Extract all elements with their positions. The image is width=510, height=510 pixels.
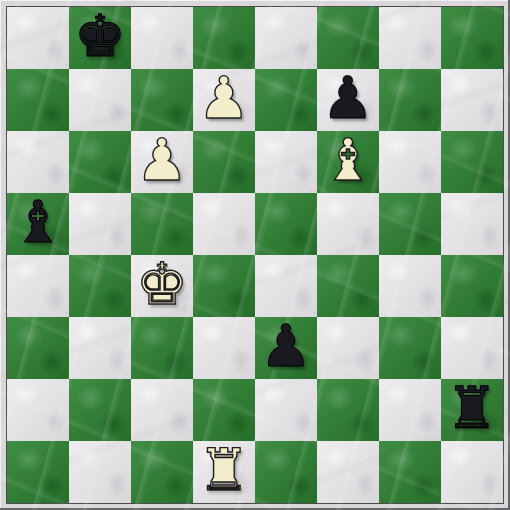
square-f4[interactable] — [317, 255, 379, 317]
square-e2[interactable] — [255, 379, 317, 441]
square-g6[interactable] — [379, 131, 441, 193]
piece-black-pawn-e3[interactable]: ♟ — [260, 315, 312, 377]
square-a7[interactable] — [7, 69, 69, 131]
square-e6[interactable] — [255, 131, 317, 193]
square-c7[interactable] — [131, 69, 193, 131]
square-b7[interactable] — [69, 69, 131, 131]
square-d2[interactable] — [193, 379, 255, 441]
square-b6[interactable] — [69, 131, 131, 193]
square-e7[interactable] — [255, 69, 317, 131]
square-e3[interactable]: ♟ — [255, 317, 317, 379]
square-b1[interactable] — [69, 441, 131, 503]
square-f1[interactable] — [317, 441, 379, 503]
square-a3[interactable] — [7, 317, 69, 379]
square-h4[interactable] — [441, 255, 503, 317]
square-e1[interactable] — [255, 441, 317, 503]
square-c5[interactable] — [131, 193, 193, 255]
square-a2[interactable] — [7, 379, 69, 441]
square-b5[interactable] — [69, 193, 131, 255]
square-c2[interactable] — [131, 379, 193, 441]
square-d7[interactable]: ♟ — [193, 69, 255, 131]
square-a8[interactable] — [7, 7, 69, 69]
square-f7[interactable]: ♟ — [317, 69, 379, 131]
square-h1[interactable] — [441, 441, 503, 503]
square-g2[interactable] — [379, 379, 441, 441]
square-d6[interactable] — [193, 131, 255, 193]
piece-black-bishop-a5[interactable]: ♝ — [12, 191, 64, 253]
chess-board: ♚♟♟♟♝♝♚♟♜♜ — [6, 6, 504, 504]
piece-black-rook-h2[interactable]: ♜ — [446, 377, 498, 439]
board-frame: ♚♟♟♟♝♝♚♟♜♜ — [0, 0, 510, 510]
square-f6[interactable]: ♝ — [317, 131, 379, 193]
square-d3[interactable] — [193, 317, 255, 379]
square-b4[interactable] — [69, 255, 131, 317]
square-d1[interactable]: ♜ — [193, 441, 255, 503]
square-f5[interactable] — [317, 193, 379, 255]
piece-white-rook-d1[interactable]: ♜ — [198, 439, 250, 501]
square-g3[interactable] — [379, 317, 441, 379]
square-h7[interactable] — [441, 69, 503, 131]
square-f2[interactable] — [317, 379, 379, 441]
piece-white-bishop-f6[interactable]: ♝ — [322, 129, 374, 191]
square-g7[interactable] — [379, 69, 441, 131]
square-d5[interactable] — [193, 193, 255, 255]
square-c1[interactable] — [131, 441, 193, 503]
square-b2[interactable] — [69, 379, 131, 441]
square-g5[interactable] — [379, 193, 441, 255]
square-h8[interactable] — [441, 7, 503, 69]
square-h2[interactable]: ♜ — [441, 379, 503, 441]
square-c8[interactable] — [131, 7, 193, 69]
square-c4[interactable]: ♚ — [131, 255, 193, 317]
square-e8[interactable] — [255, 7, 317, 69]
square-f8[interactable] — [317, 7, 379, 69]
piece-black-pawn-f7[interactable]: ♟ — [322, 67, 374, 129]
square-h3[interactable] — [441, 317, 503, 379]
square-f3[interactable] — [317, 317, 379, 379]
square-h6[interactable] — [441, 131, 503, 193]
square-a4[interactable] — [7, 255, 69, 317]
piece-black-king-b8[interactable]: ♚ — [74, 5, 126, 67]
piece-white-pawn-d7[interactable]: ♟ — [198, 67, 250, 129]
square-g4[interactable] — [379, 255, 441, 317]
piece-white-pawn-c6[interactable]: ♟ — [136, 129, 188, 191]
square-c6[interactable]: ♟ — [131, 131, 193, 193]
piece-white-king-c4[interactable]: ♚ — [136, 253, 188, 315]
square-a6[interactable] — [7, 131, 69, 193]
square-b3[interactable] — [69, 317, 131, 379]
square-e5[interactable] — [255, 193, 317, 255]
square-h5[interactable] — [441, 193, 503, 255]
square-g8[interactable] — [379, 7, 441, 69]
square-c3[interactable] — [131, 317, 193, 379]
square-d4[interactable] — [193, 255, 255, 317]
square-e4[interactable] — [255, 255, 317, 317]
square-b8[interactable]: ♚ — [69, 7, 131, 69]
square-a5[interactable]: ♝ — [7, 193, 69, 255]
square-a1[interactable] — [7, 441, 69, 503]
square-d8[interactable] — [193, 7, 255, 69]
square-g1[interactable] — [379, 441, 441, 503]
